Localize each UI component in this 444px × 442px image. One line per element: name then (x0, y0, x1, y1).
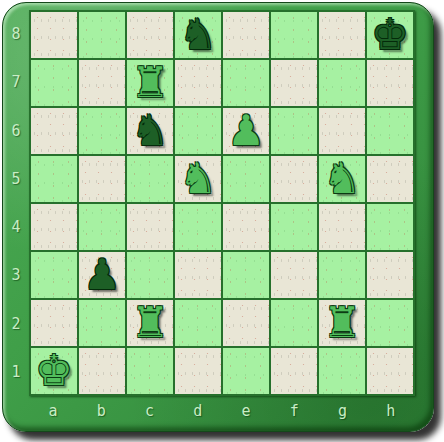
square-f3[interactable] (271, 252, 317, 298)
square-c2[interactable]: ♜ (127, 300, 173, 346)
square-g1[interactable] (319, 348, 365, 394)
square-b3[interactable]: ♟ (79, 252, 125, 298)
square-g8[interactable] (319, 12, 365, 58)
square-d7[interactable] (175, 60, 221, 106)
square-f6[interactable] (271, 108, 317, 154)
square-e2[interactable] (223, 300, 269, 346)
black-pawn-b3[interactable]: ♟ (83, 252, 121, 298)
square-b4[interactable] (79, 204, 125, 250)
square-c7[interactable]: ♜ (127, 60, 173, 106)
square-e5[interactable] (223, 156, 269, 202)
square-e7[interactable] (223, 60, 269, 106)
square-d5[interactable]: ♞ (175, 156, 221, 202)
square-f1[interactable] (271, 348, 317, 394)
square-a1[interactable]: ♚ (31, 348, 77, 394)
white-knight-d5[interactable]: ♞ (179, 156, 217, 202)
square-f5[interactable] (271, 156, 317, 202)
rank-label-1: 1 (3, 348, 29, 396)
square-h4[interactable] (367, 204, 413, 250)
rank-label-7: 7 (3, 58, 29, 106)
chess-board: ♞♚♜♞♟♞♞♟♜♜♚ (29, 10, 415, 396)
rank-label-8: 8 (3, 10, 29, 58)
square-a5[interactable] (31, 156, 77, 202)
square-h1[interactable] (367, 348, 413, 394)
square-c1[interactable] (127, 348, 173, 394)
rank-label-3: 3 (3, 251, 29, 299)
white-pawn-e6[interactable]: ♟ (227, 108, 265, 154)
square-e8[interactable] (223, 12, 269, 58)
file-label-h: h (367, 398, 415, 424)
board-frame: 87654321 ♞♚♜♞♟♞♞♟♜♜♚ abcdefgh (2, 2, 434, 432)
square-b8[interactable] (79, 12, 125, 58)
square-h5[interactable] (367, 156, 413, 202)
square-c3[interactable] (127, 252, 173, 298)
white-king-a1[interactable]: ♚ (35, 348, 73, 394)
square-g3[interactable] (319, 252, 365, 298)
square-a7[interactable] (31, 60, 77, 106)
square-c4[interactable] (127, 204, 173, 250)
file-label-e: e (222, 398, 270, 424)
square-d2[interactable] (175, 300, 221, 346)
square-a2[interactable] (31, 300, 77, 346)
square-f7[interactable] (271, 60, 317, 106)
square-e6[interactable]: ♟ (223, 108, 269, 154)
square-a3[interactable] (31, 252, 77, 298)
square-c5[interactable] (127, 156, 173, 202)
square-f2[interactable] (271, 300, 317, 346)
square-d3[interactable] (175, 252, 221, 298)
black-knight-c6[interactable]: ♞ (131, 108, 169, 154)
rank-label-5: 5 (3, 155, 29, 203)
square-a4[interactable] (31, 204, 77, 250)
square-g5[interactable]: ♞ (319, 156, 365, 202)
square-h6[interactable] (367, 108, 413, 154)
square-d8[interactable]: ♞ (175, 12, 221, 58)
square-c6[interactable]: ♞ (127, 108, 173, 154)
square-c8[interactable] (127, 12, 173, 58)
square-g7[interactable] (319, 60, 365, 106)
square-e1[interactable] (223, 348, 269, 394)
white-rook-c7[interactable]: ♜ (131, 60, 169, 106)
file-label-g: g (319, 398, 367, 424)
rank-labels: 87654321 (3, 10, 29, 396)
white-rook-g2[interactable]: ♜ (323, 300, 361, 346)
file-label-f: f (270, 398, 318, 424)
square-f8[interactable] (271, 12, 317, 58)
file-label-a: a (29, 398, 77, 424)
square-d6[interactable] (175, 108, 221, 154)
square-g4[interactable] (319, 204, 365, 250)
square-b7[interactable] (79, 60, 125, 106)
square-a6[interactable] (31, 108, 77, 154)
square-b1[interactable] (79, 348, 125, 394)
file-label-b: b (77, 398, 125, 424)
square-f4[interactable] (271, 204, 317, 250)
white-knight-g5[interactable]: ♞ (323, 156, 361, 202)
file-label-c: c (126, 398, 174, 424)
square-a8[interactable] (31, 12, 77, 58)
black-knight-d8[interactable]: ♞ (179, 12, 217, 58)
rank-label-6: 6 (3, 107, 29, 155)
rank-label-2: 2 (3, 300, 29, 348)
file-label-d: d (174, 398, 222, 424)
square-b2[interactable] (79, 300, 125, 346)
square-h7[interactable] (367, 60, 413, 106)
square-e3[interactable] (223, 252, 269, 298)
square-h2[interactable] (367, 300, 413, 346)
square-d1[interactable] (175, 348, 221, 394)
rank-label-4: 4 (3, 203, 29, 251)
square-b6[interactable] (79, 108, 125, 154)
square-d4[interactable] (175, 204, 221, 250)
square-g2[interactable]: ♜ (319, 300, 365, 346)
black-king-h8[interactable]: ♚ (371, 12, 409, 58)
square-h8[interactable]: ♚ (367, 12, 413, 58)
white-rook-c2[interactable]: ♜ (131, 300, 169, 346)
square-g6[interactable] (319, 108, 365, 154)
file-labels: abcdefgh (29, 398, 415, 424)
square-b5[interactable] (79, 156, 125, 202)
square-e4[interactable] (223, 204, 269, 250)
square-h3[interactable] (367, 252, 413, 298)
